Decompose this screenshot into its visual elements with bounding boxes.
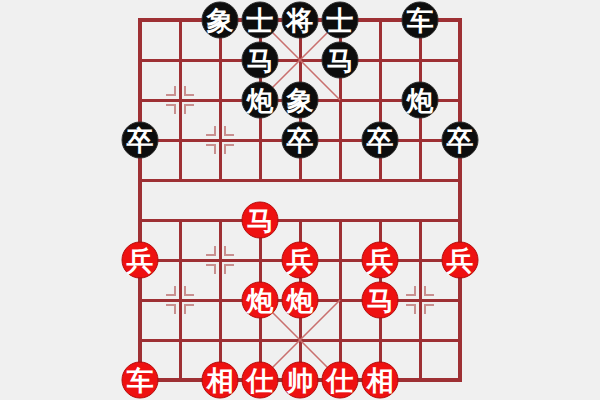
marker-bracket (224, 126, 234, 136)
point-marker (165, 85, 195, 115)
marker-bracket (224, 264, 234, 274)
piece-red-horse[interactable]: 马 (362, 282, 399, 319)
piece-black-horse[interactable]: 马 (242, 42, 279, 79)
marker-bracket (166, 286, 176, 296)
piece-red-general[interactable]: 帅 (282, 362, 319, 399)
piece-red-soldier[interactable]: 兵 (442, 242, 479, 279)
marker-bracket (424, 304, 434, 314)
piece-black-horse[interactable]: 马 (322, 42, 359, 79)
piece-black-soldier[interactable]: 卒 (122, 122, 159, 159)
piece-red-cannon[interactable]: 炮 (242, 282, 279, 319)
piece-black-cannon[interactable]: 炮 (402, 82, 439, 119)
marker-bracket (166, 86, 176, 96)
grid-line (219, 19, 222, 182)
point-marker (205, 125, 235, 155)
marker-bracket (166, 104, 176, 114)
marker-bracket (184, 304, 194, 314)
piece-red-cannon[interactable]: 炮 (282, 282, 319, 319)
marker-bracket (224, 144, 234, 154)
marker-bracket (224, 246, 234, 256)
grid-line (219, 219, 222, 382)
piece-red-elephant[interactable]: 相 (362, 362, 399, 399)
marker-bracket (184, 104, 194, 114)
marker-bracket (206, 126, 216, 136)
piece-black-elephant[interactable]: 象 (282, 82, 319, 119)
piece-black-soldier[interactable]: 卒 (362, 122, 399, 159)
piece-black-general[interactable]: 将 (282, 2, 319, 39)
grid-line (458, 18, 462, 382)
marker-bracket (406, 286, 416, 296)
piece-red-advisor[interactable]: 仕 (242, 362, 279, 399)
piece-black-elephant[interactable]: 象 (202, 2, 239, 39)
marker-bracket (206, 144, 216, 154)
piece-red-horse[interactable]: 马 (242, 202, 279, 239)
piece-black-advisor[interactable]: 士 (242, 2, 279, 39)
piece-black-cannon[interactable]: 炮 (242, 82, 279, 119)
point-marker (165, 285, 195, 315)
piece-red-elephant[interactable]: 相 (202, 362, 239, 399)
piece-red-soldier[interactable]: 兵 (122, 242, 159, 279)
grid-line (138, 18, 142, 382)
point-marker (205, 245, 235, 275)
piece-red-chariot[interactable]: 车 (122, 362, 159, 399)
piece-red-soldier[interactable]: 兵 (362, 242, 399, 279)
piece-black-soldier[interactable]: 卒 (442, 122, 479, 159)
marker-bracket (424, 286, 434, 296)
piece-red-soldier[interactable]: 兵 (282, 242, 319, 279)
piece-black-chariot[interactable]: 车 (402, 2, 439, 39)
marker-bracket (184, 86, 194, 96)
xiangqi-board[interactable]: 象士将士车马马炮象炮卒卒卒卒马兵兵兵兵炮炮马车相仕帅仕相 (0, 0, 600, 400)
piece-black-advisor[interactable]: 士 (322, 2, 359, 39)
marker-bracket (406, 304, 416, 314)
marker-bracket (206, 264, 216, 274)
marker-bracket (166, 304, 176, 314)
piece-red-advisor[interactable]: 仕 (322, 362, 359, 399)
piece-black-soldier[interactable]: 卒 (282, 122, 319, 159)
marker-bracket (184, 286, 194, 296)
marker-bracket (206, 246, 216, 256)
point-marker (405, 285, 435, 315)
grid-line (339, 219, 342, 382)
